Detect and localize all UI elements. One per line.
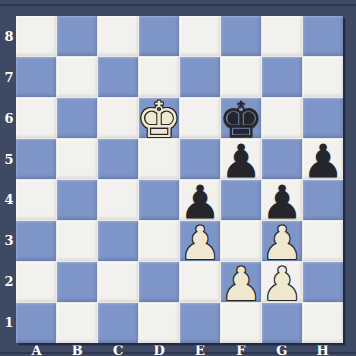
white-pawn[interactable]: ♟ [220, 261, 261, 307]
square-d1[interactable] [139, 303, 179, 343]
square-g8[interactable] [262, 16, 302, 56]
file-label-a: A [16, 343, 57, 356]
square-h2[interactable] [303, 262, 343, 302]
rank-label-8: 8 [0, 16, 16, 57]
square-c1[interactable] [98, 303, 138, 343]
square-d3[interactable] [139, 221, 179, 261]
rank-label-6: 6 [0, 98, 16, 139]
white-king[interactable]: ♚ [137, 95, 182, 145]
square-a8[interactable] [16, 16, 56, 56]
white-pawn[interactable]: ♟ [261, 261, 302, 307]
rank-label-3: 3 [0, 220, 16, 261]
square-a5[interactable] [16, 139, 56, 179]
square-b4[interactable] [57, 180, 97, 220]
square-g2[interactable]: ♟ [262, 262, 302, 302]
chess-board[interactable]: ♚♚♟♟♟♟♟♟♟♟ [16, 16, 343, 343]
file-label-f: F [220, 343, 261, 356]
square-c6[interactable] [98, 98, 138, 138]
square-d8[interactable] [139, 16, 179, 56]
file-label-g: G [261, 343, 302, 356]
file-label-b: B [57, 343, 98, 356]
square-b8[interactable] [57, 16, 97, 56]
top-edge-line [0, 4, 356, 6]
rank-label-2: 2 [0, 261, 16, 302]
file-labels: ABCDEFGH [16, 343, 343, 356]
square-c4[interactable] [98, 180, 138, 220]
square-b6[interactable] [57, 98, 97, 138]
rank-labels: 87654321 [0, 16, 16, 343]
square-a7[interactable] [16, 57, 56, 97]
square-a1[interactable] [16, 303, 56, 343]
square-d2[interactable] [139, 262, 179, 302]
chess-diagram: 87654321 ABCDEFGH ♚♚♟♟♟♟♟♟♟♟ [0, 0, 356, 356]
square-c8[interactable] [98, 16, 138, 56]
file-label-d: D [139, 343, 180, 356]
square-g3[interactable]: ♟ [262, 221, 302, 261]
square-g6[interactable] [262, 98, 302, 138]
square-d6[interactable]: ♚ [139, 98, 179, 138]
square-c2[interactable] [98, 262, 138, 302]
square-g5[interactable] [262, 139, 302, 179]
square-a4[interactable] [16, 180, 56, 220]
square-d4[interactable] [139, 180, 179, 220]
square-a2[interactable] [16, 262, 56, 302]
rank-label-1: 1 [0, 302, 16, 343]
square-h6[interactable] [303, 98, 343, 138]
square-g4[interactable]: ♟ [262, 180, 302, 220]
file-label-c: C [98, 343, 139, 356]
square-b1[interactable] [57, 303, 97, 343]
black-pawn[interactable]: ♟ [302, 138, 343, 184]
square-g7[interactable] [262, 57, 302, 97]
square-f5[interactable]: ♟ [221, 139, 261, 179]
square-f2[interactable]: ♟ [221, 262, 261, 302]
square-e1[interactable] [180, 303, 220, 343]
rank-label-5: 5 [0, 139, 16, 180]
square-c7[interactable] [98, 57, 138, 97]
file-label-h: H [302, 343, 343, 356]
square-e6[interactable] [180, 98, 220, 138]
square-e3[interactable]: ♟ [180, 221, 220, 261]
file-label-e: E [180, 343, 221, 356]
square-e7[interactable] [180, 57, 220, 97]
rank-label-4: 4 [0, 180, 16, 221]
black-pawn[interactable]: ♟ [220, 138, 261, 184]
square-e5[interactable] [180, 139, 220, 179]
square-f6[interactable]: ♚ [221, 98, 261, 138]
square-a3[interactable] [16, 221, 56, 261]
square-b5[interactable] [57, 139, 97, 179]
rank-label-7: 7 [0, 57, 16, 98]
square-c5[interactable] [98, 139, 138, 179]
square-a6[interactable] [16, 98, 56, 138]
white-pawn[interactable]: ♟ [179, 220, 220, 266]
square-h8[interactable] [303, 16, 343, 56]
square-c3[interactable] [98, 221, 138, 261]
square-b3[interactable] [57, 221, 97, 261]
square-b2[interactable] [57, 262, 97, 302]
square-h3[interactable] [303, 221, 343, 261]
square-f3[interactable] [221, 221, 261, 261]
square-e8[interactable] [180, 16, 220, 56]
square-f8[interactable] [221, 16, 261, 56]
square-b7[interactable] [57, 57, 97, 97]
square-h1[interactable] [303, 303, 343, 343]
square-h7[interactable] [303, 57, 343, 97]
square-h5[interactable]: ♟ [303, 139, 343, 179]
square-e4[interactable]: ♟ [180, 180, 220, 220]
